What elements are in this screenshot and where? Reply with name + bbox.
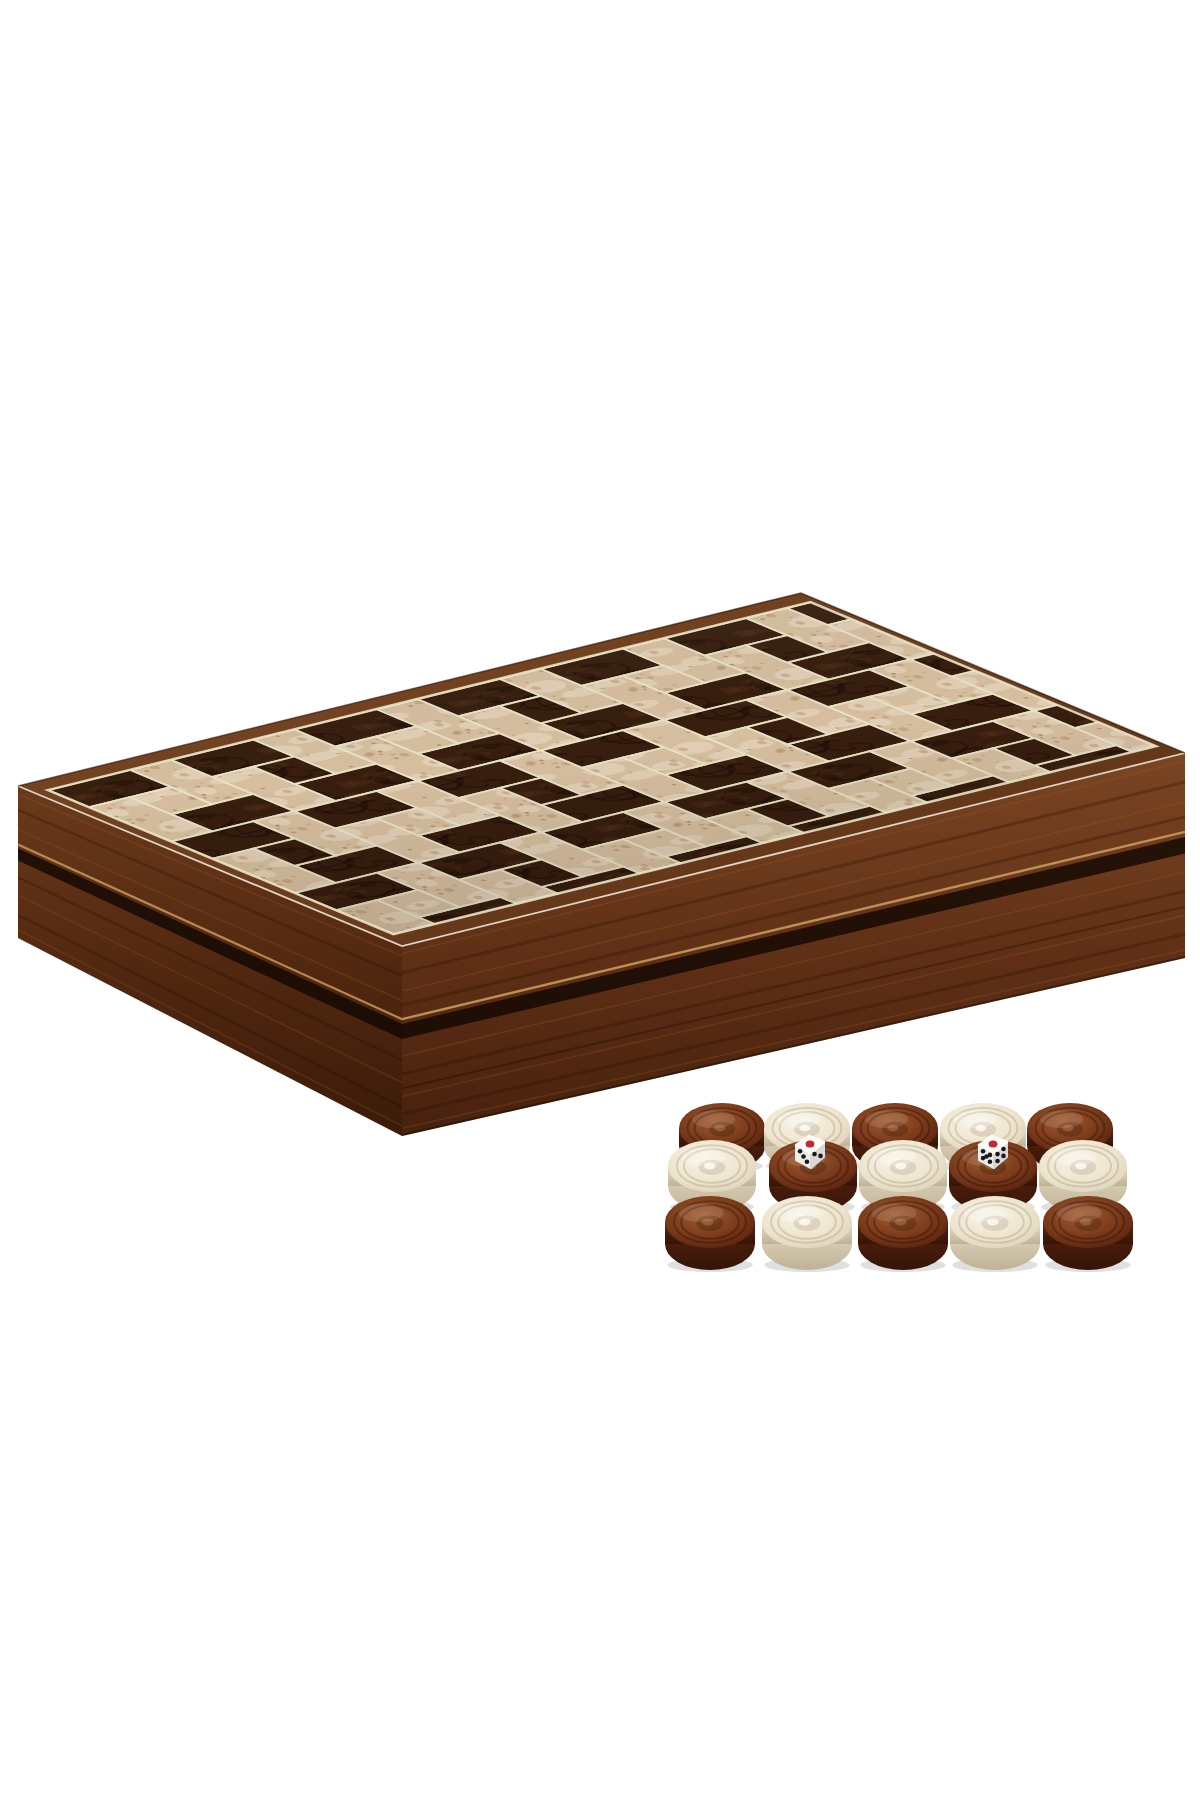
checker-brown (665, 1196, 755, 1272)
backgammon-case (18, 547, 1200, 1136)
checker-white (950, 1196, 1040, 1272)
checker-white (762, 1196, 852, 1272)
checker-row-3 (665, 1196, 1133, 1272)
checkers-tray (665, 1103, 1133, 1272)
scene-svg (0, 0, 1200, 1800)
product-photo (0, 0, 1200, 1800)
checker-brown (858, 1196, 948, 1272)
checker-brown (1043, 1196, 1133, 1272)
